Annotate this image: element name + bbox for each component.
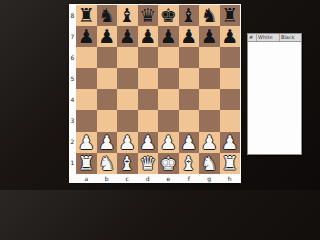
file-label-f: f bbox=[179, 174, 200, 183]
square-f2[interactable]: ♟ bbox=[179, 132, 200, 153]
square-b8[interactable]: ♞ bbox=[97, 5, 118, 26]
square-c4[interactable] bbox=[117, 89, 138, 110]
square-a4[interactable] bbox=[76, 89, 97, 110]
piece-white-rook[interactable]: ♜ bbox=[221, 154, 238, 173]
square-b5[interactable] bbox=[97, 68, 118, 89]
square-e4[interactable] bbox=[158, 89, 179, 110]
move-list-header-number: # bbox=[248, 34, 257, 41]
square-h3[interactable] bbox=[220, 110, 241, 131]
square-g8[interactable]: ♞ bbox=[199, 5, 220, 26]
square-g4[interactable] bbox=[199, 89, 220, 110]
move-list-body bbox=[248, 42, 301, 154]
square-h7[interactable]: ♟ bbox=[220, 26, 241, 47]
piece-white-knight[interactable]: ♞ bbox=[98, 154, 115, 173]
piece-black-pawn[interactable]: ♟ bbox=[160, 27, 177, 46]
square-c3[interactable] bbox=[117, 110, 138, 131]
piece-black-pawn[interactable]: ♟ bbox=[201, 27, 218, 46]
file-label-d: d bbox=[138, 174, 159, 183]
square-b6[interactable] bbox=[97, 47, 118, 68]
piece-white-pawn[interactable]: ♟ bbox=[119, 133, 136, 152]
square-h2[interactable]: ♟ bbox=[220, 132, 241, 153]
square-f1[interactable]: ♝ bbox=[179, 153, 200, 174]
square-d1[interactable]: ♛ bbox=[138, 153, 159, 174]
square-h4[interactable] bbox=[220, 89, 241, 110]
square-e5[interactable] bbox=[158, 68, 179, 89]
square-f5[interactable] bbox=[179, 68, 200, 89]
square-f8[interactable]: ♝ bbox=[179, 5, 200, 26]
square-b1[interactable]: ♞ bbox=[97, 153, 118, 174]
square-h6[interactable] bbox=[220, 47, 241, 68]
piece-black-queen[interactable]: ♛ bbox=[139, 6, 156, 25]
piece-black-pawn[interactable]: ♟ bbox=[221, 27, 238, 46]
square-a1[interactable]: ♜ bbox=[76, 153, 97, 174]
piece-black-pawn[interactable]: ♟ bbox=[78, 27, 95, 46]
piece-white-bishop[interactable]: ♝ bbox=[180, 154, 197, 173]
piece-white-pawn[interactable]: ♟ bbox=[160, 133, 177, 152]
square-g1[interactable]: ♞ bbox=[199, 153, 220, 174]
square-h8[interactable]: ♜ bbox=[220, 5, 241, 26]
square-d2[interactable]: ♟ bbox=[138, 132, 159, 153]
piece-black-pawn[interactable]: ♟ bbox=[119, 27, 136, 46]
square-c1[interactable]: ♝ bbox=[117, 153, 138, 174]
rank-label-2: 2 bbox=[69, 132, 76, 153]
square-b2[interactable]: ♟ bbox=[97, 132, 118, 153]
square-c6[interactable] bbox=[117, 47, 138, 68]
piece-white-rook[interactable]: ♜ bbox=[78, 154, 95, 173]
piece-white-king[interactable]: ♚ bbox=[160, 154, 177, 173]
square-b7[interactable]: ♟ bbox=[97, 26, 118, 47]
piece-black-bishop[interactable]: ♝ bbox=[119, 6, 136, 25]
move-list-header: # White Black bbox=[248, 34, 301, 42]
square-d8[interactable]: ♛ bbox=[138, 5, 159, 26]
square-a2[interactable]: ♟ bbox=[76, 132, 97, 153]
square-a5[interactable] bbox=[76, 68, 97, 89]
rank-label-1: 1 bbox=[69, 153, 76, 174]
square-f6[interactable] bbox=[179, 47, 200, 68]
square-b3[interactable] bbox=[97, 110, 118, 131]
square-e8[interactable]: ♚ bbox=[158, 5, 179, 26]
file-label-h: h bbox=[220, 174, 241, 183]
piece-white-knight[interactable]: ♞ bbox=[201, 154, 218, 173]
file-label-b: b bbox=[97, 174, 118, 183]
rank-label-8: 8 bbox=[69, 5, 76, 26]
square-g3[interactable] bbox=[199, 110, 220, 131]
square-c7[interactable]: ♟ bbox=[117, 26, 138, 47]
piece-white-queen[interactable]: ♛ bbox=[139, 154, 156, 173]
square-f7[interactable]: ♟ bbox=[179, 26, 200, 47]
square-e2[interactable]: ♟ bbox=[158, 132, 179, 153]
move-list-header-black: Black bbox=[280, 34, 301, 41]
square-e7[interactable]: ♟ bbox=[158, 26, 179, 47]
square-d5[interactable] bbox=[138, 68, 159, 89]
square-h5[interactable] bbox=[220, 68, 241, 89]
square-e3[interactable] bbox=[158, 110, 179, 131]
square-f3[interactable] bbox=[179, 110, 200, 131]
square-e6[interactable] bbox=[158, 47, 179, 68]
square-a7[interactable]: ♟ bbox=[76, 26, 97, 47]
piece-black-bishop[interactable]: ♝ bbox=[180, 6, 197, 25]
piece-white-pawn[interactable]: ♟ bbox=[98, 133, 115, 152]
rank-label-6: 6 bbox=[69, 47, 76, 68]
move-list-header-white: White bbox=[257, 34, 280, 41]
square-g2[interactable]: ♟ bbox=[199, 132, 220, 153]
piece-white-pawn[interactable]: ♟ bbox=[180, 133, 197, 152]
square-e1[interactable]: ♚ bbox=[158, 153, 179, 174]
piece-white-pawn[interactable]: ♟ bbox=[221, 133, 238, 152]
board-squares: ♜♞♝♛♚♝♞♜♟♟♟♟♟♟♟♟♟♟♟♟♟♟♟♟♜♞♝♛♚♝♞♜ bbox=[76, 5, 240, 174]
square-g6[interactable] bbox=[199, 47, 220, 68]
piece-black-pawn[interactable]: ♟ bbox=[180, 27, 197, 46]
move-list-panel: # White Black bbox=[247, 33, 302, 155]
chess-board: 87654321 ♜♞♝♛♚♝♞♜♟♟♟♟♟♟♟♟♟♟♟♟♟♟♟♟♜♞♝♛♚♝♞… bbox=[69, 4, 241, 183]
piece-white-pawn[interactable]: ♟ bbox=[139, 133, 156, 152]
piece-black-rook[interactable]: ♜ bbox=[78, 6, 95, 25]
square-d6[interactable] bbox=[138, 47, 159, 68]
file-label-g: g bbox=[199, 174, 220, 183]
piece-black-knight[interactable]: ♞ bbox=[201, 6, 218, 25]
square-b4[interactable] bbox=[97, 89, 118, 110]
piece-black-knight[interactable]: ♞ bbox=[98, 6, 115, 25]
square-c5[interactable] bbox=[117, 68, 138, 89]
file-label-a: a bbox=[76, 174, 97, 183]
square-d7[interactable]: ♟ bbox=[138, 26, 159, 47]
square-c8[interactable]: ♝ bbox=[117, 5, 138, 26]
square-f4[interactable] bbox=[179, 89, 200, 110]
rank-label-5: 5 bbox=[69, 68, 76, 89]
square-d3[interactable] bbox=[138, 110, 159, 131]
square-g5[interactable] bbox=[199, 68, 220, 89]
board-inner: 87654321 ♜♞♝♛♚♝♞♜♟♟♟♟♟♟♟♟♟♟♟♟♟♟♟♟♜♞♝♛♚♝♞… bbox=[69, 4, 241, 183]
file-label-e: e bbox=[158, 174, 179, 183]
square-a6[interactable] bbox=[76, 47, 97, 68]
rank-label-4: 4 bbox=[69, 90, 76, 111]
square-h1[interactable]: ♜ bbox=[220, 153, 241, 174]
piece-black-pawn[interactable]: ♟ bbox=[98, 27, 115, 46]
file-label-c: c bbox=[117, 174, 138, 183]
piece-white-pawn[interactable]: ♟ bbox=[201, 133, 218, 152]
piece-white-bishop[interactable]: ♝ bbox=[119, 154, 136, 173]
rank-label-7: 7 bbox=[69, 26, 76, 47]
rank-label-3: 3 bbox=[69, 111, 76, 132]
rank-labels: 87654321 bbox=[69, 4, 76, 174]
square-d4[interactable] bbox=[138, 89, 159, 110]
square-g7[interactable]: ♟ bbox=[199, 26, 220, 47]
square-a3[interactable] bbox=[76, 110, 97, 131]
piece-black-pawn[interactable]: ♟ bbox=[139, 27, 156, 46]
square-c2[interactable]: ♟ bbox=[117, 132, 138, 153]
piece-white-pawn[interactable]: ♟ bbox=[78, 133, 95, 152]
square-a8[interactable]: ♜ bbox=[76, 5, 97, 26]
file-labels: abcdefgh bbox=[76, 174, 240, 183]
piece-black-king[interactable]: ♚ bbox=[160, 6, 177, 25]
piece-black-rook[interactable]: ♜ bbox=[221, 6, 238, 25]
